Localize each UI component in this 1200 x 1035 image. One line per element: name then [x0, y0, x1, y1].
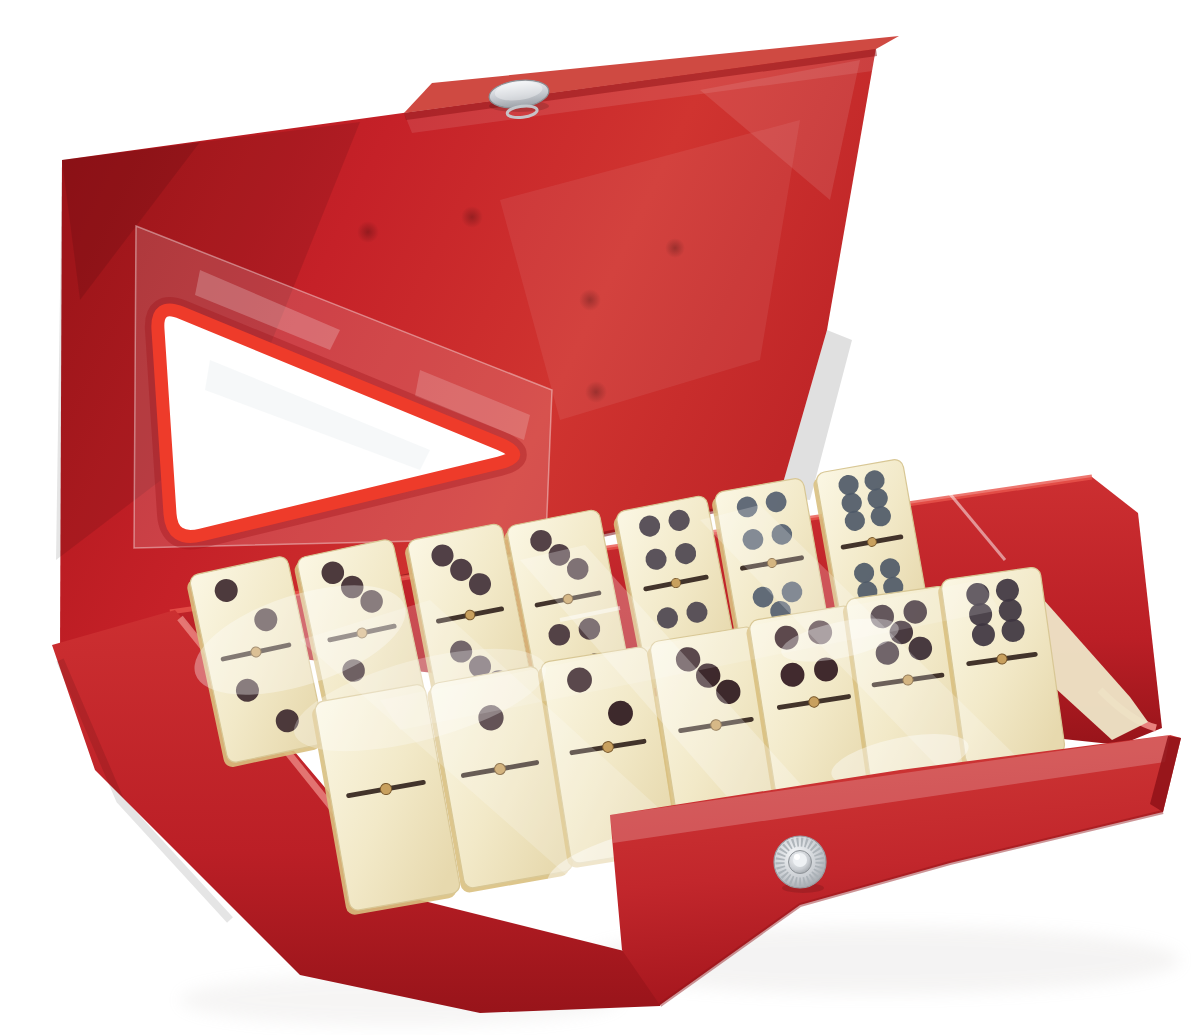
product-photo-domino-case: [0, 0, 1200, 1035]
scene-svg: [0, 0, 1200, 1035]
lid-dimple: [461, 206, 483, 228]
lid-dimple: [357, 221, 379, 243]
lid-dimple: [585, 381, 607, 403]
lid-dimple: [579, 289, 601, 311]
lid-dimple: [665, 238, 685, 258]
